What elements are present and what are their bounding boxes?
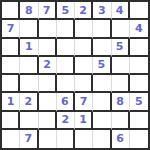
cell-r5c7-empty[interactable] [112,75,130,93]
cell-r3c1-empty[interactable] [2,39,20,57]
cell-r1c3-given: 7 [39,2,57,20]
cell-r5c6-empty[interactable] [93,75,111,93]
cell-r6c5-given: 7 [75,93,93,111]
cell-r1c7-given: 4 [112,2,130,20]
cell-r7c3-empty[interactable] [39,112,57,130]
cell-r8c7-given: 6 [112,130,130,148]
cell-r6c4-given: 6 [57,93,75,111]
cell-r6c8-given: 5 [130,93,148,111]
cell-r6c3-empty[interactable] [39,93,57,111]
cell-r2c2-empty[interactable] [20,20,38,38]
cell-r2c1-given: 7 [2,20,20,38]
cell-r8c6-empty[interactable] [93,130,111,148]
cell-r3c6-empty[interactable] [93,39,111,57]
cell-r6c7-given: 8 [112,93,130,111]
cell-r2c3-empty[interactable] [39,20,57,38]
cell-r8c8-empty[interactable] [130,130,148,148]
cell-r7c1-empty[interactable] [2,112,20,130]
cell-r4c1-empty[interactable] [2,57,20,75]
cell-r1c4-given: 5 [57,2,75,20]
cell-r3c7-given: 5 [112,39,130,57]
cell-r4c5-empty[interactable] [75,57,93,75]
cell-r8c5-empty[interactable] [75,130,93,148]
cell-r1c8-empty[interactable] [130,2,148,20]
cell-r6c1-given: 1 [2,93,20,111]
cell-r3c2-given: 1 [20,39,38,57]
cell-r4c6-given: 5 [93,57,111,75]
cell-r5c8-empty[interactable] [130,75,148,93]
cell-r7c5-given: 1 [75,112,93,130]
cell-r6c2-given: 2 [20,93,38,111]
cell-r7c6-empty[interactable] [93,112,111,130]
cell-r1c2-given: 8 [20,2,38,20]
cell-r1c6-given: 3 [93,2,111,20]
cell-r4c2-empty[interactable] [20,57,38,75]
cell-r1c5-given: 2 [75,2,93,20]
cell-r1c1-empty[interactable] [2,2,20,20]
cell-r8c4-empty[interactable] [57,130,75,148]
cell-r2c5-empty[interactable] [75,20,93,38]
cell-r3c4-empty[interactable] [57,39,75,57]
cell-r5c1-empty[interactable] [2,75,20,93]
cell-r5c4-empty[interactable] [57,75,75,93]
cell-r2c8-given: 4 [130,20,148,38]
cell-r7c8-empty[interactable] [130,112,148,130]
cell-r7c4-given: 2 [57,112,75,130]
cell-r5c3-empty[interactable] [39,75,57,93]
cell-r5c2-empty[interactable] [20,75,38,93]
cell-r3c8-empty[interactable] [130,39,148,57]
cell-r4c3-given: 2 [39,57,57,75]
cell-r2c6-empty[interactable] [93,20,111,38]
cell-r8c2-given: 7 [20,130,38,148]
cell-r7c2-empty[interactable] [20,112,38,130]
cell-r8c3-empty[interactable] [39,130,57,148]
cell-r8c1-empty[interactable] [2,130,20,148]
cell-r7c7-empty[interactable] [112,112,130,130]
cell-r3c3-empty[interactable] [39,39,57,57]
cell-r5c5-empty[interactable] [75,75,93,93]
cell-r2c4-empty[interactable] [57,20,75,38]
bricks-board: 8752347415251267852176 [0,0,150,150]
cell-r4c4-empty[interactable] [57,57,75,75]
cell-r3c5-empty[interactable] [75,39,93,57]
cell-r6c6-empty[interactable] [93,93,111,111]
cell-r2c7-empty[interactable] [112,20,130,38]
cell-r4c7-empty[interactable] [112,57,130,75]
cell-r4c8-empty[interactable] [130,57,148,75]
